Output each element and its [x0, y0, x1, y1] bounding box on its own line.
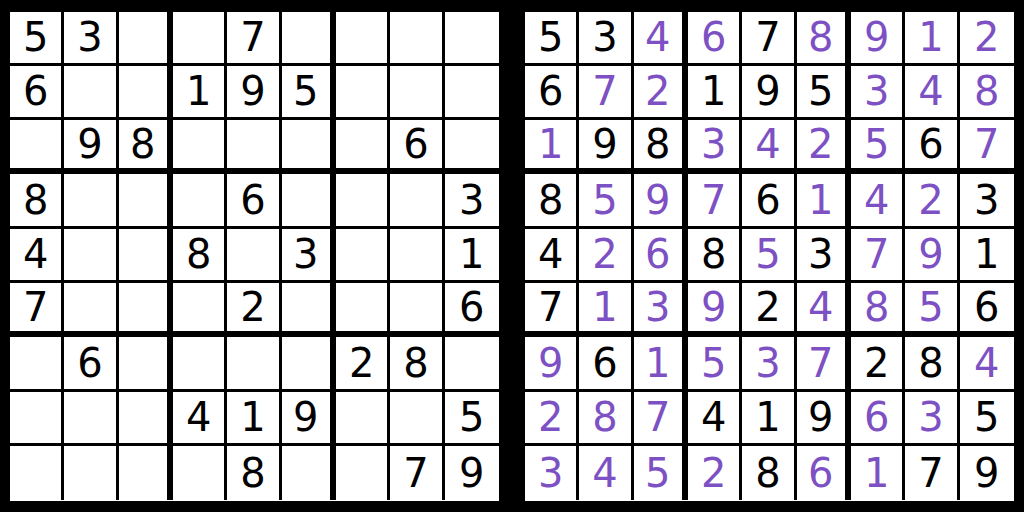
puzzle-board-cell-r4c6 — [282, 174, 336, 228]
puzzle-board-cell-r6c5: 2 — [227, 283, 281, 337]
puzzle-board-cell-r2c2 — [64, 66, 118, 120]
solution-board-cell-r1c1: 5 — [525, 12, 579, 66]
solution-board-cell-r7c3: 1 — [634, 337, 688, 391]
puzzle-board-cell-r9c7 — [336, 446, 390, 500]
solution-board-cell-r4c9: 3 — [960, 174, 1014, 228]
puzzle-board-cell-r3c9 — [445, 120, 499, 174]
solution-board-cell-r3c2: 9 — [579, 120, 633, 174]
puzzle-board-cell-r1c9 — [445, 12, 499, 66]
solution-board-cell-r6c3: 3 — [634, 283, 688, 337]
solution-board-cell-r9c4: 2 — [688, 446, 742, 500]
solution-board-cell-r7c9: 4 — [960, 337, 1014, 391]
puzzle-board-cell-r8c1 — [10, 392, 64, 446]
solution-board-cell-r8c4: 4 — [688, 392, 742, 446]
solution-board-cell-r1c3: 4 — [634, 12, 688, 66]
solution-board-cell-r8c9: 5 — [960, 392, 1014, 446]
solution-board-cell-r7c2: 6 — [579, 337, 633, 391]
puzzle-board-cell-r8c4: 4 — [173, 392, 227, 446]
solution-board-cell-r9c3: 5 — [634, 446, 688, 500]
puzzle-board-cell-r6c4 — [173, 283, 227, 337]
puzzle-board-cell-r4c1: 8 — [10, 174, 64, 228]
solution-board-cell-r5c2: 2 — [579, 229, 633, 283]
solution-board-cell-r4c4: 7 — [688, 174, 742, 228]
solution-board-cell-r3c3: 8 — [634, 120, 688, 174]
solution-board-cell-r4c6: 1 — [797, 174, 851, 228]
solution-board-cell-r5c3: 6 — [634, 229, 688, 283]
puzzle-board-cell-r5c3 — [119, 229, 173, 283]
puzzle-board-cell-r7c8: 8 — [390, 337, 444, 391]
solution-board-cell-r4c1: 8 — [525, 174, 579, 228]
solution-board-cell-r5c9: 1 — [960, 229, 1014, 283]
solution-board-cell-r7c8: 8 — [905, 337, 959, 391]
solution-board-cell-r8c8: 3 — [905, 392, 959, 446]
solution-board-cell-r9c6: 6 — [797, 446, 851, 500]
solution-board-cell-r7c7: 2 — [851, 337, 905, 391]
puzzle-board-cell-r2c4: 1 — [173, 66, 227, 120]
puzzle-board-cell-r2c7 — [336, 66, 390, 120]
solution-board-cell-r8c2: 8 — [579, 392, 633, 446]
solution-board-cell-r9c8: 7 — [905, 446, 959, 500]
puzzle-board-cell-r7c7: 2 — [336, 337, 390, 391]
solution-board-cell-r3c6: 2 — [797, 120, 851, 174]
solution-board-cell-r1c6: 8 — [797, 12, 851, 66]
puzzle-board-cell-r4c4 — [173, 174, 227, 228]
solution-board-cell-r7c1: 9 — [525, 337, 579, 391]
puzzle-board-cell-r6c8 — [390, 283, 444, 337]
puzzle-board-cell-r3c5 — [227, 120, 281, 174]
solution-board-cell-r6c1: 7 — [525, 283, 579, 337]
puzzle-board-cell-r3c4 — [173, 120, 227, 174]
solution-board-cell-r2c6: 5 — [797, 66, 851, 120]
solution-board-cell-r8c7: 6 — [851, 392, 905, 446]
solution-board-cell-r7c6: 7 — [797, 337, 851, 391]
puzzle-board-cell-r8c8 — [390, 392, 444, 446]
puzzle-board-cell-r3c6 — [282, 120, 336, 174]
puzzle-board-cell-r4c3 — [119, 174, 173, 228]
solution-board-cell-r1c8: 1 — [905, 12, 959, 66]
puzzle-board-cell-r8c7 — [336, 392, 390, 446]
puzzle-board-cell-r4c5: 6 — [227, 174, 281, 228]
solution-board-cell-r1c7: 9 — [851, 12, 905, 66]
puzzle-board-cell-r9c2 — [64, 446, 118, 500]
solution-board-cell-r6c4: 9 — [688, 283, 742, 337]
solution-board-cell-r9c9: 9 — [960, 446, 1014, 500]
solution-board-cell-r9c2: 4 — [579, 446, 633, 500]
puzzle-board-cell-r7c3 — [119, 337, 173, 391]
puzzle-board-cell-r3c3: 8 — [119, 120, 173, 174]
puzzle-board-cell-r1c5: 7 — [227, 12, 281, 66]
solution-board-cell-r1c9: 2 — [960, 12, 1014, 66]
puzzle-board-cell-r6c9: 6 — [445, 283, 499, 337]
solution-board-cell-r9c5: 8 — [742, 446, 796, 500]
puzzle-board-cell-r5c4: 8 — [173, 229, 227, 283]
puzzle-board-cell-r3c1 — [10, 120, 64, 174]
solution-board-cell-r2c8: 4 — [905, 66, 959, 120]
solution-board-cell-r2c1: 6 — [525, 66, 579, 120]
solution-board-cell-r4c7: 4 — [851, 174, 905, 228]
puzzle-board-cell-r4c7 — [336, 174, 390, 228]
puzzle-board-cell-r3c2: 9 — [64, 120, 118, 174]
puzzle-board-cell-r1c8 — [390, 12, 444, 66]
puzzle-board-cell-r7c2: 6 — [64, 337, 118, 391]
solution-board-cell-r6c9: 6 — [960, 283, 1014, 337]
solution-board-cell-r3c1: 1 — [525, 120, 579, 174]
solution-board-cell-r4c5: 6 — [742, 174, 796, 228]
solution-board-cell-r2c9: 8 — [960, 66, 1014, 120]
puzzle-board-cell-r5c6: 3 — [282, 229, 336, 283]
puzzle-board-cell-r9c3 — [119, 446, 173, 500]
puzzle-board-cell-r9c8: 7 — [390, 446, 444, 500]
solution-board-cell-r8c3: 7 — [634, 392, 688, 446]
puzzle-board-cell-r8c3 — [119, 392, 173, 446]
solution-board-cell-r6c2: 1 — [579, 283, 633, 337]
solution-board-cell-r4c8: 2 — [905, 174, 959, 228]
puzzle-board-cell-r8c5: 1 — [227, 392, 281, 446]
puzzle-board-cell-r9c1 — [10, 446, 64, 500]
solution-board-cell-r7c4: 5 — [688, 337, 742, 391]
puzzle-board-cell-r9c9: 9 — [445, 446, 499, 500]
solution-board-cell-r5c8: 9 — [905, 229, 959, 283]
puzzle-board-cell-r7c1 — [10, 337, 64, 391]
puzzle-board-cell-r5c7 — [336, 229, 390, 283]
solution-board-cell-r8c1: 2 — [525, 392, 579, 446]
solution-board-cell-r6c6: 4 — [797, 283, 851, 337]
solution-board: 5346789126721953481983425678597614234268… — [515, 2, 1024, 511]
puzzle-board-cell-r9c5: 8 — [227, 446, 281, 500]
puzzle-board-cell-r9c4 — [173, 446, 227, 500]
puzzle-board-cell-r5c8 — [390, 229, 444, 283]
puzzle-board-cell-r2c6: 5 — [282, 66, 336, 120]
puzzle-board-cell-r1c1: 5 — [10, 12, 64, 66]
puzzle-board-cell-r8c2 — [64, 392, 118, 446]
solution-board-cell-r5c4: 8 — [688, 229, 742, 283]
solution-board-cell-r1c2: 3 — [579, 12, 633, 66]
solution-board-cell-r5c6: 3 — [797, 229, 851, 283]
solution-board-cell-r3c5: 4 — [742, 120, 796, 174]
puzzle-board-cell-r8c6: 9 — [282, 392, 336, 446]
puzzle-board-cell-r2c8 — [390, 66, 444, 120]
puzzle-board-cell-r7c5 — [227, 337, 281, 391]
solution-board-cell-r2c3: 2 — [634, 66, 688, 120]
puzzle-board-cell-r4c8 — [390, 174, 444, 228]
puzzle-board-cell-r6c6 — [282, 283, 336, 337]
puzzle-board-cell-r7c9 — [445, 337, 499, 391]
solution-board-cell-r8c5: 1 — [742, 392, 796, 446]
solution-board-cell-r6c8: 5 — [905, 283, 959, 337]
puzzle-board-cell-r3c8: 6 — [390, 120, 444, 174]
puzzle-board-cell-r4c2 — [64, 174, 118, 228]
puzzle-board-cell-r7c6 — [282, 337, 336, 391]
solution-board-cell-r2c2: 7 — [579, 66, 633, 120]
puzzle-board-cell-r5c1: 4 — [10, 229, 64, 283]
solution-board-cell-r4c3: 9 — [634, 174, 688, 228]
puzzle-board-cell-r1c4 — [173, 12, 227, 66]
puzzle-board-cell-r5c5 — [227, 229, 281, 283]
puzzle-board-cell-r2c3 — [119, 66, 173, 120]
puzzle-board-cell-r6c2 — [64, 283, 118, 337]
solution-board-cell-r2c7: 3 — [851, 66, 905, 120]
solution-board-cell-r5c5: 5 — [742, 229, 796, 283]
solution-board-cell-r3c7: 5 — [851, 120, 905, 174]
puzzle-board-cell-r2c5: 9 — [227, 66, 281, 120]
solution-board-cell-r1c4: 6 — [688, 12, 742, 66]
solution-board-cell-r1c5: 7 — [742, 12, 796, 66]
puzzle-board-cell-r1c3 — [119, 12, 173, 66]
puzzle-board-cell-r3c7 — [336, 120, 390, 174]
puzzle-board-cell-r5c2 — [64, 229, 118, 283]
solution-board-cell-r5c7: 7 — [851, 229, 905, 283]
solution-board-cell-r9c7: 1 — [851, 446, 905, 500]
solution-board-cell-r4c2: 5 — [579, 174, 633, 228]
solution-board-cell-r9c1: 3 — [525, 446, 579, 500]
solution-board-cell-r3c9: 7 — [960, 120, 1014, 174]
solution-board-cell-r7c5: 3 — [742, 337, 796, 391]
solution-board-cell-r3c4: 3 — [688, 120, 742, 174]
puzzle-board-cell-r4c9: 3 — [445, 174, 499, 228]
puzzle-board-cell-r2c1: 6 — [10, 66, 64, 120]
puzzle-board-cell-r6c3 — [119, 283, 173, 337]
puzzle-board: 537619598686348317266284195879 — [0, 2, 509, 511]
solution-board-cell-r2c4: 1 — [688, 66, 742, 120]
puzzle-board-cell-r1c6 — [282, 12, 336, 66]
solution-board-cell-r2c5: 9 — [742, 66, 796, 120]
puzzle-board-cell-r2c9 — [445, 66, 499, 120]
puzzle-board-cell-r1c7 — [336, 12, 390, 66]
puzzle-board-cell-r8c9: 5 — [445, 392, 499, 446]
puzzle-board-cell-r1c2: 3 — [64, 12, 118, 66]
solution-board-cell-r6c7: 8 — [851, 283, 905, 337]
puzzle-board-cell-r6c7 — [336, 283, 390, 337]
solution-board-cell-r6c5: 2 — [742, 283, 796, 337]
puzzle-board-cell-r7c4 — [173, 337, 227, 391]
puzzle-board-cell-r9c6 — [282, 446, 336, 500]
puzzle-board-cell-r5c9: 1 — [445, 229, 499, 283]
puzzle-board-cell-r6c1: 7 — [10, 283, 64, 337]
solution-board-cell-r8c6: 9 — [797, 392, 851, 446]
solution-board-cell-r3c8: 6 — [905, 120, 959, 174]
solution-board-cell-r5c1: 4 — [525, 229, 579, 283]
